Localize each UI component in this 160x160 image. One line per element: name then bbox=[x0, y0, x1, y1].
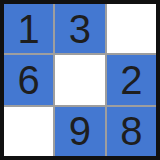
sudoku-app: 136298 bbox=[0, 0, 160, 160]
cell-r1c0[interactable]: 6 bbox=[4, 55, 53, 104]
cell-r2c0[interactable] bbox=[4, 107, 53, 156]
sudoku-grid: 136298 bbox=[4, 4, 156, 156]
cell-r2c1[interactable]: 9 bbox=[55, 107, 104, 156]
cell-r1c2[interactable]: 2 bbox=[107, 55, 156, 104]
cell-r2c2[interactable]: 8 bbox=[107, 107, 156, 156]
cell-r0c2[interactable] bbox=[107, 4, 156, 53]
cell-r1c1[interactable] bbox=[55, 55, 104, 104]
cell-r0c0[interactable]: 1 bbox=[4, 4, 53, 53]
cell-r0c1[interactable]: 3 bbox=[55, 4, 104, 53]
sudoku-board: 136298 bbox=[0, 0, 160, 160]
